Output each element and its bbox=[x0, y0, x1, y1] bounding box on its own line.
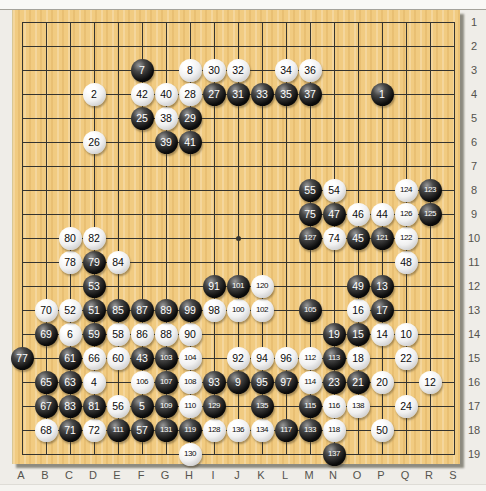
stone-white-14: 14 bbox=[371, 323, 394, 346]
stone-black-99: 99 bbox=[179, 299, 202, 322]
row-label-6: 6 bbox=[462, 134, 486, 150]
stone-white-4: 4 bbox=[83, 371, 106, 394]
column-label-D: D bbox=[81, 467, 105, 483]
stone-white-66: 66 bbox=[83, 347, 106, 370]
stone-white-128: 128 bbox=[203, 419, 226, 442]
column-label-M: M bbox=[297, 467, 321, 483]
stone-white-124: 124 bbox=[395, 179, 418, 202]
stone-black-55: 55 bbox=[299, 179, 322, 202]
stone-white-136: 136 bbox=[227, 419, 250, 442]
stone-black-25: 25 bbox=[131, 107, 154, 130]
stone-black-5: 5 bbox=[131, 395, 154, 418]
stone-black-67: 67 bbox=[35, 395, 58, 418]
stone-white-106: 106 bbox=[131, 371, 154, 394]
column-label-C: C bbox=[57, 467, 81, 483]
stone-black-61: 61 bbox=[59, 347, 82, 370]
stone-black-27: 27 bbox=[203, 83, 226, 106]
stone-black-69: 69 bbox=[35, 323, 58, 346]
stone-black-29: 29 bbox=[179, 107, 202, 130]
stone-black-123: 123 bbox=[419, 179, 442, 202]
window-bottom-edge bbox=[0, 484, 486, 491]
stone-white-96: 96 bbox=[275, 347, 298, 370]
stone-black-93: 93 bbox=[203, 371, 226, 394]
stone-white-98: 98 bbox=[203, 299, 226, 322]
stone-white-134: 134 bbox=[251, 419, 274, 442]
stone-white-22: 22 bbox=[395, 347, 418, 370]
row-label-3: 3 bbox=[462, 62, 486, 78]
stone-black-79: 79 bbox=[83, 251, 106, 274]
stone-black-63: 63 bbox=[59, 371, 82, 394]
stone-white-94: 94 bbox=[251, 347, 274, 370]
stone-white-138: 138 bbox=[347, 395, 370, 418]
row-label-8: 8 bbox=[462, 182, 486, 198]
row-label-14: 14 bbox=[462, 326, 486, 342]
row-label-2: 2 bbox=[462, 38, 486, 54]
stone-white-82: 82 bbox=[83, 227, 106, 250]
window-top-edge bbox=[0, 0, 486, 10]
stone-black-127: 127 bbox=[299, 227, 322, 250]
stone-black-41: 41 bbox=[179, 131, 202, 154]
stone-black-119: 119 bbox=[179, 419, 202, 442]
row-label-15: 15 bbox=[462, 350, 486, 366]
stone-black-57: 57 bbox=[131, 419, 154, 442]
stone-black-33: 33 bbox=[251, 83, 274, 106]
stone-black-81: 81 bbox=[83, 395, 106, 418]
stone-black-121: 121 bbox=[371, 227, 394, 250]
stone-white-104: 104 bbox=[179, 347, 202, 370]
stone-white-88: 88 bbox=[155, 323, 178, 346]
stone-white-32: 32 bbox=[227, 59, 250, 82]
stone-white-6: 6 bbox=[59, 323, 82, 346]
stone-white-8: 8 bbox=[179, 59, 202, 82]
stone-black-65: 65 bbox=[35, 371, 58, 394]
stone-white-126: 126 bbox=[395, 203, 418, 226]
column-label-F: F bbox=[129, 467, 153, 483]
column-label-L: L bbox=[273, 467, 297, 483]
stone-white-60: 60 bbox=[107, 347, 130, 370]
column-label-S: S bbox=[441, 467, 465, 483]
stone-white-26: 26 bbox=[83, 131, 106, 154]
stone-white-42: 42 bbox=[131, 83, 154, 106]
stone-white-12: 12 bbox=[419, 371, 442, 394]
column-label-A: A bbox=[9, 467, 33, 483]
stone-black-43: 43 bbox=[131, 347, 154, 370]
row-coordinate-labels: 12345678910111213141516171819 bbox=[462, 0, 486, 470]
stone-black-117: 117 bbox=[275, 419, 298, 442]
column-label-P: P bbox=[369, 467, 393, 483]
row-label-9: 9 bbox=[462, 206, 486, 222]
stone-white-114: 114 bbox=[299, 371, 322, 394]
stone-white-116: 116 bbox=[323, 395, 346, 418]
stone-white-74: 74 bbox=[323, 227, 346, 250]
column-label-B: B bbox=[33, 467, 57, 483]
stone-black-111: 111 bbox=[107, 419, 130, 442]
stone-black-59: 59 bbox=[83, 323, 106, 346]
stone-black-39: 39 bbox=[155, 131, 178, 154]
column-label-J: J bbox=[225, 467, 249, 483]
column-label-E: E bbox=[105, 467, 129, 483]
stone-black-47: 47 bbox=[323, 203, 346, 226]
stone-black-21: 21 bbox=[347, 371, 370, 394]
stone-black-17: 17 bbox=[371, 299, 394, 322]
stone-black-113: 113 bbox=[323, 347, 346, 370]
stone-black-89: 89 bbox=[155, 299, 178, 322]
stone-white-102: 102 bbox=[251, 299, 274, 322]
column-label-I: I bbox=[201, 467, 225, 483]
row-label-4: 4 bbox=[462, 86, 486, 102]
stone-white-78: 78 bbox=[59, 251, 82, 274]
stone-white-24: 24 bbox=[395, 395, 418, 418]
stone-white-34: 34 bbox=[275, 59, 298, 82]
stone-black-95: 95 bbox=[251, 371, 274, 394]
stone-black-109: 109 bbox=[155, 395, 178, 418]
stone-black-1: 1 bbox=[371, 83, 394, 106]
stone-white-36: 36 bbox=[299, 59, 322, 82]
stone-black-49: 49 bbox=[347, 275, 370, 298]
stone-black-107: 107 bbox=[155, 371, 178, 394]
row-label-7: 7 bbox=[462, 158, 486, 174]
column-label-H: H bbox=[177, 467, 201, 483]
stone-white-80: 80 bbox=[59, 227, 82, 250]
column-label-Q: Q bbox=[393, 467, 417, 483]
stone-white-20: 20 bbox=[371, 371, 394, 394]
stone-white-100: 100 bbox=[227, 299, 250, 322]
stone-black-75: 75 bbox=[299, 203, 322, 226]
stone-black-101: 101 bbox=[227, 275, 250, 298]
stone-white-120: 120 bbox=[251, 275, 274, 298]
stone-white-72: 72 bbox=[83, 419, 106, 442]
column-label-R: R bbox=[417, 467, 441, 483]
stone-black-7: 7 bbox=[131, 59, 154, 82]
stone-white-90: 90 bbox=[179, 323, 202, 346]
row-label-13: 13 bbox=[462, 302, 486, 318]
stone-black-9: 9 bbox=[227, 371, 250, 394]
stone-black-51: 51 bbox=[83, 299, 106, 322]
stone-white-110: 110 bbox=[179, 395, 202, 418]
column-coordinate-labels: ABCDEFGHIJKLMNOPQRS bbox=[12, 467, 482, 483]
stone-white-86: 86 bbox=[131, 323, 154, 346]
stones-layer: 1245678910121314151617181920212223242526… bbox=[10, 10, 466, 466]
row-label-12: 12 bbox=[462, 278, 486, 294]
stone-white-30: 30 bbox=[203, 59, 226, 82]
go-board[interactable]: 1245678910121314151617181920212223242526… bbox=[12, 10, 460, 464]
stone-white-130: 130 bbox=[179, 443, 202, 466]
stone-white-122: 122 bbox=[395, 227, 418, 250]
stone-black-97: 97 bbox=[275, 371, 298, 394]
stone-white-84: 84 bbox=[107, 251, 130, 274]
row-label-1: 1 bbox=[462, 14, 486, 30]
row-label-19: 19 bbox=[462, 446, 486, 462]
stone-white-54: 54 bbox=[323, 179, 346, 202]
stone-black-19: 19 bbox=[323, 323, 346, 346]
stone-white-10: 10 bbox=[395, 323, 418, 346]
stone-white-38: 38 bbox=[155, 107, 178, 130]
stone-black-91: 91 bbox=[203, 275, 226, 298]
stone-white-112: 112 bbox=[299, 347, 322, 370]
stone-black-77: 77 bbox=[11, 347, 34, 370]
stone-black-105: 105 bbox=[299, 299, 322, 322]
stone-black-125: 125 bbox=[419, 203, 442, 226]
row-label-5: 5 bbox=[462, 110, 486, 126]
stone-white-2: 2 bbox=[83, 83, 106, 106]
stone-white-92: 92 bbox=[227, 347, 250, 370]
stone-white-18: 18 bbox=[347, 347, 370, 370]
stone-black-131: 131 bbox=[155, 419, 178, 442]
stone-black-37: 37 bbox=[299, 83, 322, 106]
stone-white-50: 50 bbox=[371, 419, 394, 442]
stone-white-58: 58 bbox=[107, 323, 130, 346]
row-label-18: 18 bbox=[462, 422, 486, 438]
stone-white-48: 48 bbox=[395, 251, 418, 274]
stone-black-133: 133 bbox=[299, 419, 322, 442]
stone-black-85: 85 bbox=[107, 299, 130, 322]
stone-black-31: 31 bbox=[227, 83, 250, 106]
stone-black-71: 71 bbox=[59, 419, 82, 442]
stone-black-135: 135 bbox=[251, 395, 274, 418]
stone-white-40: 40 bbox=[155, 83, 178, 106]
stone-black-45: 45 bbox=[347, 227, 370, 250]
stone-black-35: 35 bbox=[275, 83, 298, 106]
stone-white-16: 16 bbox=[347, 299, 370, 322]
stone-black-13: 13 bbox=[371, 275, 394, 298]
stone-black-87: 87 bbox=[131, 299, 154, 322]
column-label-O: O bbox=[345, 467, 369, 483]
stone-black-129: 129 bbox=[203, 395, 226, 418]
stone-white-108: 108 bbox=[179, 371, 202, 394]
column-label-N: N bbox=[321, 467, 345, 483]
stone-white-68: 68 bbox=[35, 419, 58, 442]
row-label-10: 10 bbox=[462, 230, 486, 246]
stone-white-70: 70 bbox=[35, 299, 58, 322]
row-label-17: 17 bbox=[462, 398, 486, 414]
column-label-K: K bbox=[249, 467, 273, 483]
stone-white-56: 56 bbox=[107, 395, 130, 418]
stone-white-44: 44 bbox=[371, 203, 394, 226]
stone-black-15: 15 bbox=[347, 323, 370, 346]
stone-white-46: 46 bbox=[347, 203, 370, 226]
row-label-11: 11 bbox=[462, 254, 486, 270]
stone-black-115: 115 bbox=[299, 395, 322, 418]
stone-black-137: 137 bbox=[323, 443, 346, 466]
stone-black-103: 103 bbox=[155, 347, 178, 370]
stone-black-23: 23 bbox=[323, 371, 346, 394]
stone-black-53: 53 bbox=[83, 275, 106, 298]
row-label-16: 16 bbox=[462, 374, 486, 390]
stone-black-83: 83 bbox=[59, 395, 82, 418]
stone-white-52: 52 bbox=[59, 299, 82, 322]
column-label-G: G bbox=[153, 467, 177, 483]
stone-white-118: 118 bbox=[323, 419, 346, 442]
stone-white-28: 28 bbox=[179, 83, 202, 106]
